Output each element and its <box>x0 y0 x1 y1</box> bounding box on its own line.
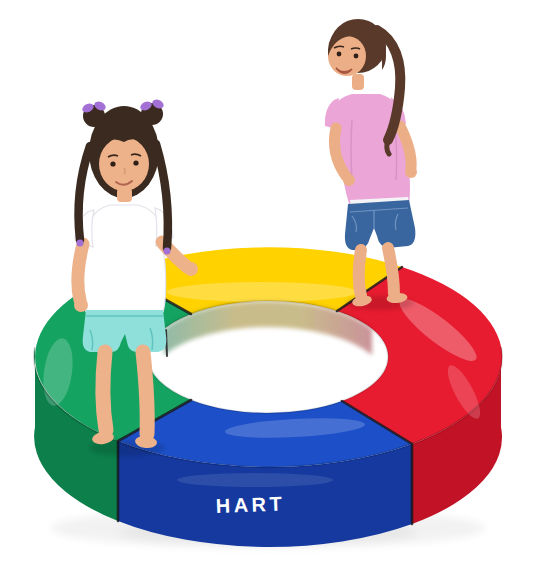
girl-right-shorts <box>345 200 415 250</box>
girl-left-eye-right <box>133 160 138 165</box>
girl-right-leg-left <box>359 250 361 296</box>
girl-right-hand-right <box>405 166 417 178</box>
product-photo-scene: HART <box>0 0 533 570</box>
hart-logo: HART <box>215 493 285 517</box>
girl-left-leg-left <box>103 352 106 430</box>
girl-left-arm-left <box>78 244 83 300</box>
girl-right-neck <box>352 74 364 90</box>
girl-left-shirt <box>75 205 173 312</box>
girl-right-eye-right <box>354 54 359 59</box>
girl-left-hand-left <box>74 298 88 312</box>
girl-left-hand-right <box>184 262 198 276</box>
hair-tie-right <box>164 248 171 255</box>
hair-tie-left <box>77 240 84 247</box>
product-photo: HART <box>0 0 533 570</box>
girl-left-shirt-torso <box>83 205 166 312</box>
girl-right-leg-right <box>388 248 394 294</box>
girl-left-leg-right <box>143 352 147 434</box>
girl-right-hand-left <box>343 174 355 186</box>
sheen-blue-side <box>177 473 333 487</box>
girl-left-face <box>99 137 149 191</box>
girl-right-eye-left <box>337 52 342 57</box>
sheen-yellow <box>167 282 357 302</box>
ponytail-tip <box>387 140 389 154</box>
girl-left-neck <box>117 188 132 202</box>
girl-left-eye-left <box>110 161 115 166</box>
